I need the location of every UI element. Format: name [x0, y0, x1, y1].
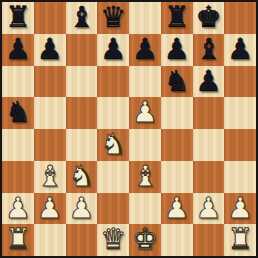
black-queen-d8[interactable]: ♛: [100, 2, 126, 34]
square-a1[interactable]: ♜: [2, 224, 34, 256]
black-knight-a5[interactable]: ♞: [5, 97, 31, 129]
square-e6[interactable]: [129, 66, 161, 98]
black-pawn-b7[interactable]: ♟: [37, 34, 63, 66]
white-bishop-b3[interactable]: ♝: [37, 161, 63, 193]
black-knight-f6[interactable]: ♞: [164, 66, 190, 98]
square-c3[interactable]: ♞: [66, 161, 98, 193]
square-c1[interactable]: [66, 224, 98, 256]
square-d8[interactable]: ♛: [97, 2, 129, 34]
white-bishop-e3[interactable]: ♝: [132, 161, 158, 193]
white-pawn-h2[interactable]: ♟: [227, 193, 253, 225]
square-g7[interactable]: ♝: [193, 34, 225, 66]
square-b5[interactable]: [34, 97, 66, 129]
square-c7[interactable]: [66, 34, 98, 66]
black-pawn-e7[interactable]: ♟: [132, 34, 158, 66]
square-d5[interactable]: [97, 97, 129, 129]
black-pawn-g6[interactable]: ♟: [195, 66, 221, 98]
square-e5[interactable]: ♟: [129, 97, 161, 129]
black-pawn-d7[interactable]: ♟: [100, 34, 126, 66]
black-king-g8[interactable]: ♚: [195, 2, 221, 34]
square-h6[interactable]: [224, 66, 256, 98]
white-pawn-c2[interactable]: ♟: [68, 193, 94, 225]
square-f5[interactable]: [161, 97, 193, 129]
square-e3[interactable]: ♝: [129, 161, 161, 193]
square-c4[interactable]: [66, 129, 98, 161]
square-f8[interactable]: ♜: [161, 2, 193, 34]
square-c6[interactable]: [66, 66, 98, 98]
square-h4[interactable]: [224, 129, 256, 161]
white-knight-c3[interactable]: ♞: [68, 161, 94, 193]
square-a2[interactable]: ♟: [2, 193, 34, 225]
square-f7[interactable]: ♟: [161, 34, 193, 66]
square-f2[interactable]: ♟: [161, 193, 193, 225]
square-a3[interactable]: [2, 161, 34, 193]
white-queen-d1[interactable]: ♛: [100, 224, 126, 256]
white-pawn-f2[interactable]: ♟: [164, 193, 190, 225]
square-g3[interactable]: [193, 161, 225, 193]
square-b8[interactable]: [34, 2, 66, 34]
black-pawn-f7[interactable]: ♟: [164, 34, 190, 66]
black-pawn-h7[interactable]: ♟: [227, 34, 253, 66]
square-h2[interactable]: ♟: [224, 193, 256, 225]
square-c5[interactable]: [66, 97, 98, 129]
white-king-e1[interactable]: ♚: [132, 224, 158, 256]
white-pawn-g2[interactable]: ♟: [195, 193, 221, 225]
square-g8[interactable]: ♚: [193, 2, 225, 34]
square-b3[interactable]: ♝: [34, 161, 66, 193]
square-g1[interactable]: [193, 224, 225, 256]
black-bishop-g7[interactable]: ♝: [195, 34, 221, 66]
white-knight-d4[interactable]: ♞: [100, 129, 126, 161]
chess-board: ♜♝♛♜♚♟♟♟♟♟♝♟♞♟♞♟♞♝♞♝♟♟♟♟♟♟♜♛♚♜: [0, 0, 258, 258]
square-e1[interactable]: ♚: [129, 224, 161, 256]
square-b2[interactable]: ♟: [34, 193, 66, 225]
white-pawn-b2[interactable]: ♟: [37, 193, 63, 225]
black-bishop-c8[interactable]: ♝: [68, 2, 94, 34]
square-a4[interactable]: [2, 129, 34, 161]
square-g4[interactable]: [193, 129, 225, 161]
square-d6[interactable]: [97, 66, 129, 98]
black-rook-a8[interactable]: ♜: [5, 2, 31, 34]
square-d3[interactable]: [97, 161, 129, 193]
white-rook-a1[interactable]: ♜: [5, 224, 31, 256]
square-a5[interactable]: ♞: [2, 97, 34, 129]
square-d4[interactable]: ♞: [97, 129, 129, 161]
square-a7[interactable]: ♟: [2, 34, 34, 66]
square-h3[interactable]: [224, 161, 256, 193]
white-pawn-e5[interactable]: ♟: [132, 97, 158, 129]
square-e7[interactable]: ♟: [129, 34, 161, 66]
square-b6[interactable]: [34, 66, 66, 98]
square-h8[interactable]: [224, 2, 256, 34]
black-pawn-a7[interactable]: ♟: [5, 34, 31, 66]
white-pawn-a2[interactable]: ♟: [5, 193, 31, 225]
square-h1[interactable]: ♜: [224, 224, 256, 256]
square-g5[interactable]: [193, 97, 225, 129]
square-b1[interactable]: [34, 224, 66, 256]
square-a6[interactable]: [2, 66, 34, 98]
chess-board-grid: ♜♝♛♜♚♟♟♟♟♟♝♟♞♟♞♟♞♝♞♝♟♟♟♟♟♟♜♛♚♜: [2, 2, 256, 256]
square-e8[interactable]: [129, 2, 161, 34]
square-b4[interactable]: [34, 129, 66, 161]
square-h7[interactable]: ♟: [224, 34, 256, 66]
square-h5[interactable]: [224, 97, 256, 129]
square-e2[interactable]: [129, 193, 161, 225]
white-rook-h1[interactable]: ♜: [227, 224, 253, 256]
square-f3[interactable]: [161, 161, 193, 193]
square-g6[interactable]: ♟: [193, 66, 225, 98]
square-d7[interactable]: ♟: [97, 34, 129, 66]
black-rook-f8[interactable]: ♜: [164, 2, 190, 34]
square-d1[interactable]: ♛: [97, 224, 129, 256]
square-b7[interactable]: ♟: [34, 34, 66, 66]
square-f1[interactable]: [161, 224, 193, 256]
square-a8[interactable]: ♜: [2, 2, 34, 34]
square-f6[interactable]: ♞: [161, 66, 193, 98]
square-e4[interactable]: [129, 129, 161, 161]
square-c8[interactable]: ♝: [66, 2, 98, 34]
square-c2[interactable]: ♟: [66, 193, 98, 225]
square-d2[interactable]: [97, 193, 129, 225]
square-f4[interactable]: [161, 129, 193, 161]
square-g2[interactable]: ♟: [193, 193, 225, 225]
